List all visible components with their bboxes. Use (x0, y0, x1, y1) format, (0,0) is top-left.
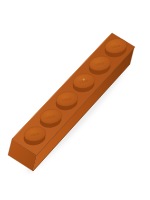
lego-plate-illustration: LEGO LEGO LEGO LEGO LEGO LEGO (0, 0, 150, 200)
lego-plate-photo: LEGO LEGO LEGO LEGO LEGO LEGO (0, 0, 150, 200)
